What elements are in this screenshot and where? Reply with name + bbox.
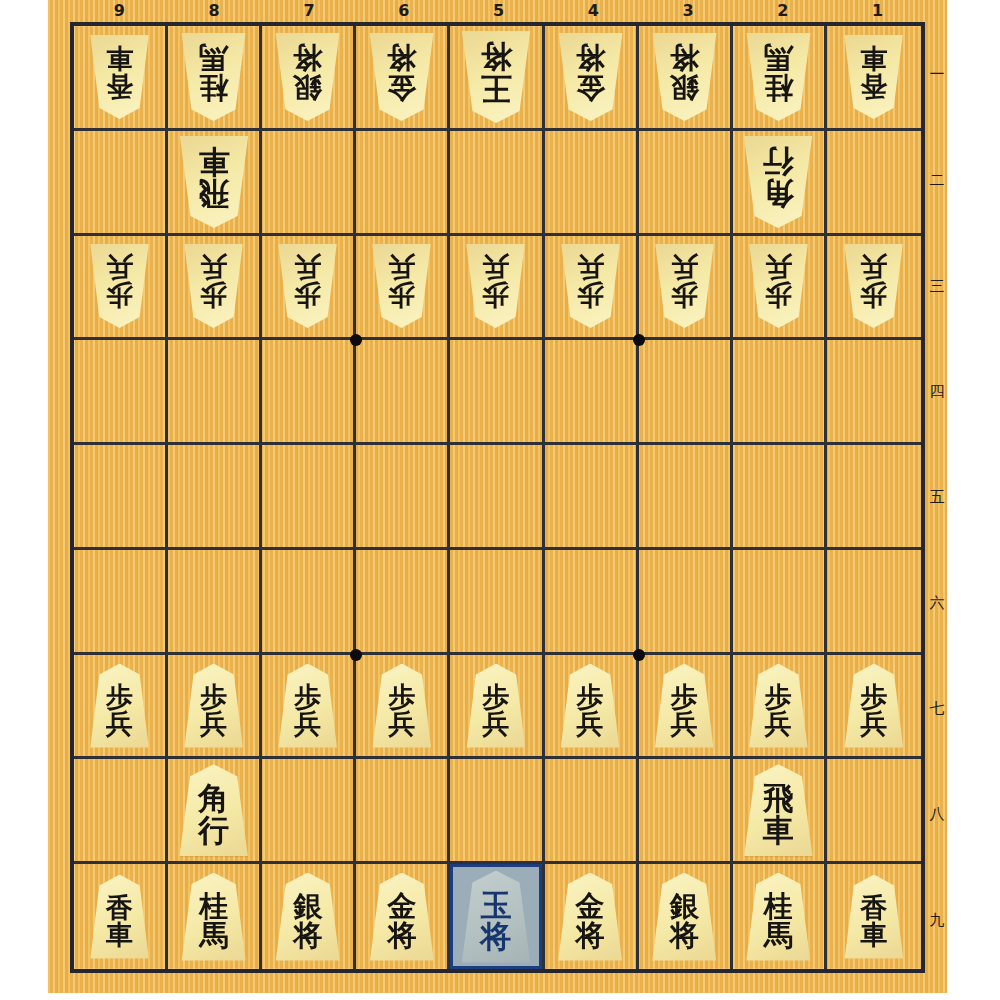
- square-46[interactable]: [545, 550, 639, 655]
- piece-kanji: 兵: [671, 710, 698, 738]
- piece-pawn-gote[interactable]: 歩兵: [275, 244, 340, 328]
- piece-kanji: 兵: [482, 254, 509, 282]
- square-43[interactable]: 歩兵: [545, 236, 639, 341]
- square-79[interactable]: 銀将: [262, 864, 356, 969]
- piece-kanji: 歩: [860, 683, 887, 711]
- square-67[interactable]: 歩兵: [356, 655, 450, 760]
- piece-kanji: 歩: [106, 683, 133, 711]
- piece-knight-gote[interactable]: 桂馬: [743, 33, 814, 121]
- square-95[interactable]: [74, 445, 168, 550]
- piece-silver-gote[interactable]: 銀将: [649, 33, 720, 121]
- square-78[interactable]: [262, 759, 356, 864]
- piece-kanji: 車: [198, 146, 229, 178]
- square-83[interactable]: 歩兵: [168, 236, 262, 341]
- piece-kanji: 車: [860, 45, 887, 73]
- rank-label-3: 三: [927, 233, 947, 339]
- square-98[interactable]: [74, 759, 168, 864]
- piece-pawn-gote[interactable]: 歩兵: [87, 244, 152, 328]
- square-56[interactable]: [450, 550, 544, 655]
- piece-pawn-sente[interactable]: 歩兵: [558, 664, 623, 748]
- shogi-board-screenshot: 987654321 一二三四五六七八九 香車桂馬銀将金将王将金将銀将桂馬香車飛車…: [0, 0, 1000, 1000]
- piece-kanji: 馬: [764, 921, 793, 951]
- piece-kanji: 馬: [199, 921, 228, 951]
- piece-rook-gote[interactable]: 飛車: [176, 136, 252, 228]
- square-76[interactable]: [262, 550, 356, 655]
- square-93[interactable]: 歩兵: [74, 236, 168, 341]
- square-74[interactable]: [262, 340, 356, 445]
- piece-lance-sente[interactable]: 香車: [87, 875, 152, 959]
- piece-kanji: 将: [576, 43, 605, 73]
- file-label-1: 1: [830, 0, 925, 22]
- piece-gold-sente[interactable]: 金将: [555, 873, 626, 961]
- piece-kanji: 歩: [482, 282, 509, 310]
- piece-kanji: 兵: [482, 710, 509, 738]
- piece-kanji: 兵: [860, 710, 887, 738]
- piece-kanji: 歩: [577, 683, 604, 711]
- piece-pawn-gote[interactable]: 歩兵: [652, 244, 717, 328]
- piece-kanji: 兵: [671, 254, 698, 282]
- piece-kanji: 香: [106, 72, 133, 100]
- piece-lance-gote[interactable]: 香車: [841, 35, 906, 119]
- piece-kanji: 将: [387, 921, 416, 951]
- square-96[interactable]: [74, 550, 168, 655]
- square-37[interactable]: 歩兵: [639, 655, 733, 760]
- piece-kanji: 将: [387, 43, 416, 73]
- square-94[interactable]: [74, 340, 168, 445]
- piece-kanji: 香: [860, 72, 887, 100]
- piece-kanji: 歩: [106, 282, 133, 310]
- file-label-3: 3: [641, 0, 736, 22]
- hoshi-dot: [350, 334, 362, 346]
- piece-gold-gote[interactable]: 金将: [555, 33, 626, 121]
- piece-kanji: 王: [480, 72, 511, 104]
- piece-kanji: 兵: [106, 710, 133, 738]
- square-54[interactable]: [450, 340, 544, 445]
- square-57[interactable]: 歩兵: [450, 655, 544, 760]
- square-15[interactable]: [827, 445, 921, 550]
- piece-pawn-sente[interactable]: 歩兵: [369, 664, 434, 748]
- piece-pawn-sente[interactable]: 歩兵: [652, 664, 717, 748]
- piece-silver-gote[interactable]: 銀将: [272, 33, 343, 121]
- file-label-8: 8: [167, 0, 262, 22]
- square-99[interactable]: 香車: [74, 864, 168, 969]
- piece-kanji: 歩: [671, 683, 698, 711]
- piece-pawn-gote[interactable]: 歩兵: [369, 244, 434, 328]
- square-62[interactable]: [356, 131, 450, 236]
- piece-pawn-gote[interactable]: 歩兵: [181, 244, 246, 328]
- square-59[interactable]: 玉将: [450, 864, 544, 969]
- piece-pawn-sente[interactable]: 歩兵: [181, 664, 246, 748]
- square-85[interactable]: [168, 445, 262, 550]
- file-label-6: 6: [356, 0, 451, 22]
- piece-pawn-sente[interactable]: 歩兵: [463, 664, 528, 748]
- piece-kanji: 将: [670, 43, 699, 73]
- square-49[interactable]: 金将: [545, 864, 639, 969]
- square-42[interactable]: [545, 131, 639, 236]
- square-81[interactable]: 桂馬: [168, 26, 262, 131]
- piece-kanji: 銀: [293, 72, 322, 102]
- square-44[interactable]: [545, 340, 639, 445]
- file-labels-row: 987654321: [72, 0, 925, 22]
- square-84[interactable]: [168, 340, 262, 445]
- piece-pawn-gote[interactable]: 歩兵: [463, 244, 528, 328]
- square-24[interactable]: [733, 340, 827, 445]
- piece-pawn-sente[interactable]: 歩兵: [87, 664, 152, 748]
- square-18[interactable]: [827, 759, 921, 864]
- square-52[interactable]: [450, 131, 544, 236]
- piece-kanji: 兵: [577, 710, 604, 738]
- square-38[interactable]: [639, 759, 733, 864]
- square-34[interactable]: [639, 340, 733, 445]
- piece-lance-gote[interactable]: 香車: [87, 35, 152, 119]
- piece-kanji: 将: [293, 921, 322, 951]
- square-66[interactable]: [356, 550, 450, 655]
- square-68[interactable]: [356, 759, 450, 864]
- square-88[interactable]: 角行: [168, 759, 262, 864]
- piece-kanji: 歩: [860, 282, 887, 310]
- piece-kanji: 玉: [480, 890, 511, 922]
- piece-kanji: 金: [387, 72, 416, 102]
- piece-bishop-sente[interactable]: 角行: [176, 764, 252, 856]
- piece-knight-sente[interactable]: 桂馬: [743, 873, 814, 961]
- piece-kanji: 兵: [577, 254, 604, 282]
- piece-kanji: 歩: [200, 683, 227, 711]
- rank-labels-column: 一二三四五六七八九: [927, 22, 947, 973]
- square-87[interactable]: 歩兵: [168, 655, 262, 760]
- piece-pawn-sente[interactable]: 歩兵: [746, 664, 811, 748]
- piece-kanji: 歩: [200, 282, 227, 310]
- piece-kanji: 行: [763, 146, 794, 178]
- piece-gold-sente[interactable]: 金将: [366, 873, 437, 961]
- square-91[interactable]: 香車: [74, 26, 168, 131]
- piece-kanji: 飛: [763, 783, 794, 815]
- square-35[interactable]: [639, 445, 733, 550]
- square-63[interactable]: 歩兵: [356, 236, 450, 341]
- piece-kanji: 歩: [294, 282, 321, 310]
- piece-gold-gote[interactable]: 金将: [366, 33, 437, 121]
- square-12[interactable]: [827, 131, 921, 236]
- piece-kanji: 銀: [670, 72, 699, 102]
- piece-kanji: 兵: [200, 710, 227, 738]
- piece-kanji: 兵: [200, 254, 227, 282]
- piece-pawn-sente[interactable]: 歩兵: [275, 664, 340, 748]
- square-73[interactable]: 歩兵: [262, 236, 356, 341]
- piece-knight-sente[interactable]: 桂馬: [178, 873, 249, 961]
- square-48[interactable]: [545, 759, 639, 864]
- piece-kanji: 馬: [764, 43, 793, 73]
- piece-kanji: 将: [576, 921, 605, 951]
- square-39[interactable]: 銀将: [639, 864, 733, 969]
- square-61[interactable]: 金将: [356, 26, 450, 131]
- square-26[interactable]: [733, 550, 827, 655]
- rank-label-6: 六: [927, 550, 947, 656]
- piece-kanji: 兵: [860, 254, 887, 282]
- piece-kanji: 桂: [199, 72, 228, 102]
- square-29[interactable]: 桂馬: [733, 864, 827, 969]
- square-58[interactable]: [450, 759, 544, 864]
- square-89[interactable]: 桂馬: [168, 864, 262, 969]
- piece-kanji: 車: [106, 921, 133, 949]
- piece-kanji: 銀: [670, 892, 699, 922]
- piece-kanji: 金: [387, 892, 416, 922]
- piece-king-gote[interactable]: 王将: [458, 31, 534, 123]
- square-33[interactable]: 歩兵: [639, 236, 733, 341]
- square-71[interactable]: 銀将: [262, 26, 356, 131]
- rank-label-2: 二: [927, 128, 947, 234]
- square-31[interactable]: 銀将: [639, 26, 733, 131]
- piece-bishop-gote[interactable]: 角行: [740, 136, 816, 228]
- square-14[interactable]: [827, 340, 921, 445]
- square-45[interactable]: [545, 445, 639, 550]
- piece-kanji: 兵: [765, 254, 792, 282]
- rank-label-5: 五: [927, 445, 947, 551]
- square-97[interactable]: 歩兵: [74, 655, 168, 760]
- piece-kanji: 歩: [765, 683, 792, 711]
- square-16[interactable]: [827, 550, 921, 655]
- square-11[interactable]: 香車: [827, 26, 921, 131]
- piece-rook-sente[interactable]: 飛車: [740, 764, 816, 856]
- piece-kanji: 香: [106, 894, 133, 922]
- piece-lance-sente[interactable]: 香車: [841, 875, 906, 959]
- piece-kanji: 車: [763, 815, 794, 847]
- piece-kanji: 将: [293, 43, 322, 73]
- piece-silver-sente[interactable]: 銀将: [272, 873, 343, 961]
- piece-pawn-sente[interactable]: 歩兵: [841, 664, 906, 748]
- piece-kanji: 将: [480, 921, 511, 953]
- square-82[interactable]: 飛車: [168, 131, 262, 236]
- square-32[interactable]: [639, 131, 733, 236]
- piece-pawn-gote[interactable]: 歩兵: [558, 244, 623, 328]
- square-25[interactable]: [733, 445, 827, 550]
- square-19[interactable]: 香車: [827, 864, 921, 969]
- square-72[interactable]: [262, 131, 356, 236]
- file-label-5: 5: [451, 0, 546, 22]
- rank-label-7: 七: [927, 656, 947, 762]
- piece-kanji: 金: [576, 892, 605, 922]
- hoshi-dot: [633, 334, 645, 346]
- piece-pawn-gote[interactable]: 歩兵: [841, 244, 906, 328]
- square-65[interactable]: [356, 445, 450, 550]
- piece-kanji: 角: [198, 783, 229, 815]
- piece-kanji: 角: [763, 177, 794, 209]
- hoshi-dot: [633, 649, 645, 661]
- square-51[interactable]: 王将: [450, 26, 544, 131]
- piece-kanji: 銀: [293, 892, 322, 922]
- piece-kanji: 歩: [577, 282, 604, 310]
- file-label-2: 2: [735, 0, 830, 22]
- piece-pawn-gote[interactable]: 歩兵: [746, 244, 811, 328]
- square-22[interactable]: 角行: [733, 131, 827, 236]
- square-53[interactable]: 歩兵: [450, 236, 544, 341]
- square-13[interactable]: 歩兵: [827, 236, 921, 341]
- rank-label-8: 八: [927, 762, 947, 868]
- piece-kanji: 兵: [294, 254, 321, 282]
- piece-kanji: 香: [860, 894, 887, 922]
- square-47[interactable]: 歩兵: [545, 655, 639, 760]
- file-label-9: 9: [72, 0, 167, 22]
- piece-kanji: 桂: [764, 892, 793, 922]
- file-label-7: 7: [262, 0, 357, 22]
- piece-knight-gote[interactable]: 桂馬: [178, 33, 249, 121]
- square-75[interactable]: [262, 445, 356, 550]
- piece-kanji: 歩: [482, 683, 509, 711]
- piece-kanji: 兵: [294, 710, 321, 738]
- board-frame: 香車桂馬銀将金将王将金将銀将桂馬香車飛車角行歩兵歩兵歩兵歩兵歩兵歩兵歩兵歩兵歩兵…: [70, 22, 925, 973]
- piece-kanji: 兵: [388, 254, 415, 282]
- square-69[interactable]: 金将: [356, 864, 450, 969]
- square-28[interactable]: 飛車: [733, 759, 827, 864]
- piece-kanji: 行: [198, 815, 229, 847]
- piece-kanji: 桂: [199, 892, 228, 922]
- piece-kanji: 兵: [388, 710, 415, 738]
- square-41[interactable]: 金将: [545, 26, 639, 131]
- square-92[interactable]: [74, 131, 168, 236]
- square-86[interactable]: [168, 550, 262, 655]
- piece-kanji: 歩: [388, 683, 415, 711]
- rank-label-4: 四: [927, 339, 947, 445]
- piece-kanji: 馬: [199, 43, 228, 73]
- rank-label-1: 一: [927, 22, 947, 128]
- square-55[interactable]: [450, 445, 544, 550]
- square-21[interactable]: 桂馬: [733, 26, 827, 131]
- square-17[interactable]: 歩兵: [827, 655, 921, 760]
- board-grid: 香車桂馬銀将金将王将金将銀将桂馬香車飛車角行歩兵歩兵歩兵歩兵歩兵歩兵歩兵歩兵歩兵…: [74, 26, 921, 969]
- piece-kanji: 将: [670, 921, 699, 951]
- square-64[interactable]: [356, 340, 450, 445]
- piece-kanji: 歩: [294, 683, 321, 711]
- piece-kanji: 兵: [765, 710, 792, 738]
- piece-kanji: 車: [860, 921, 887, 949]
- piece-kanji: 飛: [198, 177, 229, 209]
- piece-kanji: 将: [480, 41, 511, 73]
- piece-kanji: 車: [106, 45, 133, 73]
- piece-silver-sente[interactable]: 銀将: [649, 873, 720, 961]
- square-77[interactable]: 歩兵: [262, 655, 356, 760]
- piece-kanji: 歩: [671, 282, 698, 310]
- piece-kanji: 桂: [764, 72, 793, 102]
- piece-king-sente[interactable]: 玉将: [458, 871, 534, 963]
- square-27[interactable]: 歩兵: [733, 655, 827, 760]
- piece-kanji: 兵: [106, 254, 133, 282]
- piece-kanji: 金: [576, 72, 605, 102]
- square-36[interactable]: [639, 550, 733, 655]
- hoshi-dot: [350, 649, 362, 661]
- rank-label-9: 九: [927, 867, 947, 973]
- square-23[interactable]: 歩兵: [733, 236, 827, 341]
- piece-kanji: 歩: [765, 282, 792, 310]
- file-label-4: 4: [546, 0, 641, 22]
- piece-kanji: 歩: [388, 282, 415, 310]
